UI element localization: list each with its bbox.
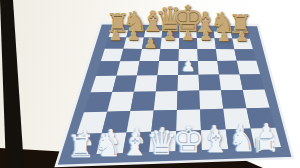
square-d5[interactable] [158, 61, 179, 75]
square-b6[interactable] [120, 49, 142, 61]
square-f3[interactable] [199, 90, 223, 109]
square-g5[interactable] [217, 61, 239, 75]
square-g4[interactable] [219, 74, 243, 90]
square-g3[interactable] [221, 90, 247, 109]
square-g6[interactable] [216, 49, 237, 61]
piece-white-king-e1[interactable]: ♚ [173, 122, 205, 158]
square-f6[interactable] [197, 49, 217, 61]
square-b4[interactable] [112, 76, 137, 93]
square-d6[interactable] [159, 49, 179, 61]
piece-white-rook-h1[interactable]: ♜ [252, 134, 278, 157]
square-f5[interactable] [198, 61, 219, 75]
piece-white-bishop-f1[interactable]: ♝ [202, 126, 230, 157]
square-b5[interactable] [117, 61, 140, 76]
piece-black-pawn-f7[interactable]: ♟ [200, 29, 212, 43]
square-d4[interactable] [156, 75, 178, 91]
square-e4[interactable] [178, 75, 200, 91]
piece-black-pawn-g7[interactable]: ♟ [218, 30, 230, 44]
piece-white-bishop-c1[interactable]: ♝ [121, 129, 149, 160]
square-c3[interactable] [130, 91, 155, 111]
piece-white-pawn-e5[interactable]: ♟ [181, 58, 195, 74]
piece-black-pawn-d7[interactable]: ♟ [164, 29, 176, 43]
piece-black-pawn-h7[interactable]: ♟ [236, 30, 248, 44]
square-d3[interactable] [154, 91, 178, 111]
piece-black-pawn-b7[interactable]: ♟ [128, 29, 140, 43]
square-c5[interactable] [137, 61, 159, 75]
frame-left-bar [0, 0, 24, 168]
square-h4[interactable] [240, 74, 265, 90]
square-h6[interactable] [234, 49, 256, 61]
piece-black-pawn-a7[interactable]: ♟ [110, 29, 122, 43]
square-e3[interactable] [177, 91, 200, 110]
piece-black-pawn-c6[interactable]: ♟ [144, 36, 157, 50]
square-c4[interactable] [134, 75, 158, 92]
chess-set-photo: ♜♞♝♛♚♝♞♜♟♟♟♟♟♟♟♟♟♟♟♟♟♟♟♟♜♞♝♛♚♝♞♜ [0, 0, 300, 168]
square-h5[interactable] [237, 61, 260, 75]
square-f4[interactable] [199, 75, 221, 91]
piece-black-pawn-e7[interactable]: ♟ [182, 29, 194, 43]
piece-white-knight-b1[interactable]: ♞ [94, 130, 122, 161]
piece-white-rook-a1[interactable]: ♜ [67, 131, 95, 162]
